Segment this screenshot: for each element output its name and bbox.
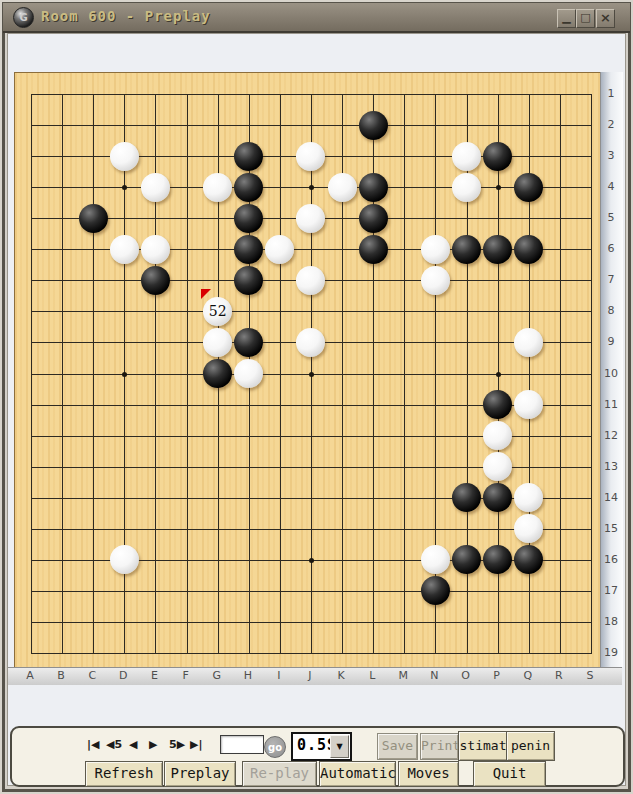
- col-label-H: H: [244, 669, 252, 682]
- row-label-16: 16: [601, 552, 621, 565]
- star-point: [309, 558, 314, 563]
- go-button[interactable]: go: [264, 736, 286, 758]
- forward-5-moves-button[interactable]: 5▶: [169, 736, 185, 754]
- stone-white-Q15: [514, 514, 543, 543]
- star-point: [309, 185, 314, 190]
- app-icon: G: [13, 7, 34, 28]
- row-label-10: 10: [601, 366, 621, 379]
- row-label-14: 14: [601, 490, 621, 503]
- star-point: [309, 372, 314, 377]
- grid-line: [404, 94, 405, 654]
- stone-black-L4: [359, 173, 388, 202]
- stone-black-H9: [234, 328, 263, 357]
- back-1-move-button[interactable]: ◀: [129, 736, 137, 754]
- star-point: [122, 372, 127, 377]
- stone-black-H7: [234, 266, 263, 295]
- stone-white-O4: [452, 173, 481, 202]
- stone-black-Q16: [514, 545, 543, 574]
- stone-white-J3: [296, 142, 325, 171]
- row-label-3: 3: [601, 149, 621, 162]
- star-point: [496, 185, 501, 190]
- window-title: Room 600 - Preplay: [41, 8, 211, 24]
- col-label-Q: Q: [523, 669, 532, 682]
- stone-black-Q6: [514, 235, 543, 264]
- opening-button[interactable]: penin: [506, 731, 555, 761]
- row-label-1: 1: [601, 87, 621, 100]
- row-label-4: 4: [601, 180, 621, 193]
- stone-white-J7: [296, 266, 325, 295]
- moves-button[interactable]: Moves: [398, 761, 459, 787]
- stone-black-O14: [452, 483, 481, 512]
- preplay-button[interactable]: Preplay: [164, 761, 236, 787]
- stone-black-G10: [203, 359, 232, 388]
- stone-white-J5: [296, 204, 325, 233]
- col-label-O: O: [461, 669, 470, 682]
- stone-black-P16: [483, 545, 512, 574]
- row-label-9: 9: [601, 335, 621, 348]
- control-panel: |◀ ◀5 ◀ ▶ 5▶ ▶| go 0.5S ▼ Save Print sti…: [10, 726, 625, 787]
- quit-button[interactable]: Quit: [473, 761, 546, 787]
- star-point: [122, 185, 127, 190]
- stone-black-L5: [359, 204, 388, 233]
- stone-black-N17: [421, 576, 450, 605]
- star-point: [496, 372, 501, 377]
- row-label-15: 15: [601, 521, 621, 534]
- stone-black-Q4: [514, 173, 543, 202]
- close-button[interactable]: ×: [596, 9, 615, 28]
- delay-dropdown[interactable]: 0.5S ▼: [291, 732, 352, 761]
- row-labels-strip: 12345678910111213141516171819: [600, 72, 623, 667]
- col-label-G: G: [212, 669, 221, 682]
- stone-white-K4: [328, 173, 357, 202]
- col-label-K: K: [337, 669, 344, 682]
- stone-black-O6: [452, 235, 481, 264]
- col-label-M: M: [399, 669, 409, 682]
- row-label-2: 2: [601, 118, 621, 131]
- row-label-17: 17: [601, 583, 621, 596]
- stone-white-Q14: [514, 483, 543, 512]
- grid-line: [560, 94, 561, 654]
- stone-white-G8: 52: [203, 297, 232, 326]
- stone-black-L6: [359, 235, 388, 264]
- grid-line: [31, 529, 592, 530]
- col-label-N: N: [430, 669, 438, 682]
- row-label-12: 12: [601, 428, 621, 441]
- col-label-P: P: [493, 669, 500, 682]
- back-5-moves-button[interactable]: ◀5: [106, 736, 122, 754]
- row-label-13: 13: [601, 459, 621, 472]
- row-label-5: 5: [601, 211, 621, 224]
- stone-black-H3: [234, 142, 263, 171]
- stone-white-J9: [296, 328, 325, 357]
- stone-white-I6: [265, 235, 294, 264]
- last-move-marker-triangle: [201, 289, 211, 299]
- col-label-I: I: [277, 669, 280, 682]
- row-label-7: 7: [601, 273, 621, 286]
- move-number-input[interactable]: [220, 735, 264, 754]
- row-label-6: 6: [601, 242, 621, 255]
- col-label-F: F: [182, 669, 188, 682]
- maximize-button[interactable]: □: [576, 9, 595, 28]
- col-label-J: J: [308, 669, 311, 682]
- last-move-button[interactable]: ▶|: [190, 736, 202, 754]
- last-move-number: 52: [209, 304, 227, 318]
- row-label-8: 8: [601, 304, 621, 317]
- stone-black-P3: [483, 142, 512, 171]
- col-label-A: A: [26, 669, 34, 682]
- refresh-button[interactable]: Refresh: [85, 761, 163, 787]
- stone-black-O16: [452, 545, 481, 574]
- stone-white-P13: [483, 452, 512, 481]
- col-label-R: R: [555, 669, 563, 682]
- stone-white-Q11: [514, 390, 543, 419]
- col-label-C: C: [88, 669, 96, 682]
- stone-black-E7: [141, 266, 170, 295]
- column-labels-strip: ABCDEFGHIJKLMNOPQRS: [8, 667, 622, 685]
- stone-white-N6: [421, 235, 450, 264]
- col-label-B: B: [57, 669, 65, 682]
- stone-white-N7: [421, 266, 450, 295]
- first-move-button[interactable]: |◀: [87, 736, 99, 754]
- stone-white-G4: [203, 173, 232, 202]
- forward-1-move-button[interactable]: ▶: [149, 736, 157, 754]
- row-label-19: 19: [601, 646, 621, 659]
- stone-black-P14: [483, 483, 512, 512]
- row-label-11: 11: [601, 397, 621, 410]
- stone-black-L2: [359, 111, 388, 140]
- grid-line: [31, 653, 592, 654]
- replay-button[interactable]: Re-play: [242, 761, 317, 787]
- stone-black-H5: [234, 204, 263, 233]
- stone-white-D16: [110, 545, 139, 574]
- title-bar[interactable]: G Room 600 - Preplay ▁ □ ×: [3, 3, 630, 33]
- estimate-button[interactable]: stimat: [458, 731, 508, 761]
- stone-white-E6: [141, 235, 170, 264]
- stone-white-N16: [421, 545, 450, 574]
- automatic-button[interactable]: Automatic: [319, 761, 396, 787]
- stone-white-G9: [203, 328, 232, 357]
- grid-line: [591, 94, 592, 654]
- row-label-18: 18: [601, 615, 621, 628]
- stone-black-C5: [79, 204, 108, 233]
- save-button[interactable]: Save: [377, 733, 418, 760]
- stone-white-H10: [234, 359, 263, 388]
- stone-white-D6: [110, 235, 139, 264]
- stone-white-P12: [483, 421, 512, 450]
- stone-white-E4: [141, 173, 170, 202]
- stone-black-P11: [483, 390, 512, 419]
- stone-white-D3: [110, 142, 139, 171]
- stone-white-O3: [452, 142, 481, 171]
- col-label-L: L: [369, 669, 375, 682]
- go-board[interactable]: 52: [14, 72, 602, 669]
- stone-black-P6: [483, 235, 512, 264]
- stone-white-Q9: [514, 328, 543, 357]
- minimize-button[interactable]: ▁: [557, 9, 576, 28]
- stone-black-H6: [234, 235, 263, 264]
- chevron-down-icon[interactable]: ▼: [330, 735, 349, 758]
- grid-line: [31, 622, 592, 623]
- grid-line: [31, 591, 592, 592]
- col-label-S: S: [586, 669, 593, 682]
- print-button[interactable]: Print: [420, 733, 459, 760]
- col-label-D: D: [119, 669, 127, 682]
- stone-black-H4: [234, 173, 263, 202]
- app-window: G Room 600 - Preplay ▁ □ × 52 ABCDEFGHIJ…: [0, 0, 633, 794]
- col-label-E: E: [151, 669, 158, 682]
